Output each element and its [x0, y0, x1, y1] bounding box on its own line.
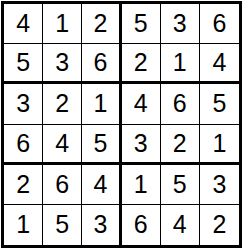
- sudoku-cell-r1c2[interactable]: 1: [43, 4, 82, 44]
- sudoku-cell-r1c4[interactable]: 5: [122, 4, 161, 44]
- sudoku-cell-r4c5[interactable]: 2: [161, 125, 200, 165]
- sudoku-cell-r1c1[interactable]: 4: [4, 4, 43, 44]
- sudoku-cell-r3c1[interactable]: 3: [4, 84, 43, 124]
- sudoku-cell-r2c2[interactable]: 3: [43, 44, 82, 84]
- sudoku-cell-r5c2[interactable]: 6: [43, 165, 82, 205]
- sudoku-cell-r3c6[interactable]: 5: [200, 84, 239, 124]
- sudoku-cell-r6c6[interactable]: 2: [200, 205, 239, 245]
- sudoku-cell-r4c3[interactable]: 5: [82, 125, 121, 165]
- sudoku-cell-r2c1[interactable]: 5: [4, 44, 43, 84]
- sudoku-cell-r6c2[interactable]: 5: [43, 205, 82, 245]
- sudoku-cell-r6c5[interactable]: 4: [161, 205, 200, 245]
- sudoku-cell-r2c6[interactable]: 4: [200, 44, 239, 84]
- sudoku-cell-r1c6[interactable]: 6: [200, 4, 239, 44]
- sudoku-cell-r3c4[interactable]: 4: [122, 84, 161, 124]
- sudoku-cell-r4c4[interactable]: 3: [122, 125, 161, 165]
- sudoku-cell-r4c6[interactable]: 1: [200, 125, 239, 165]
- sudoku-cell-r5c3[interactable]: 4: [82, 165, 121, 205]
- sudoku-cell-r1c3[interactable]: 2: [82, 4, 121, 44]
- sudoku-cell-r5c5[interactable]: 5: [161, 165, 200, 205]
- sudoku-cell-r5c6[interactable]: 3: [200, 165, 239, 205]
- sudoku-board: 412536536214321465645321264153153642: [1, 1, 242, 248]
- sudoku-cell-r2c3[interactable]: 6: [82, 44, 121, 84]
- sudoku-cell-r4c1[interactable]: 6: [4, 125, 43, 165]
- sudoku-cell-r2c4[interactable]: 2: [122, 44, 161, 84]
- sudoku-cell-r4c2[interactable]: 4: [43, 125, 82, 165]
- sudoku-cell-r2c5[interactable]: 1: [161, 44, 200, 84]
- sudoku-cell-r6c1[interactable]: 1: [4, 205, 43, 245]
- board-wrapper: 412536536214321465645321264153153642: [0, 0, 243, 249]
- sudoku-cell-r3c2[interactable]: 2: [43, 84, 82, 124]
- sudoku-cell-r5c4[interactable]: 1: [122, 165, 161, 205]
- sudoku-cell-r3c5[interactable]: 6: [161, 84, 200, 124]
- sudoku-cell-r1c5[interactable]: 3: [161, 4, 200, 44]
- sudoku-cell-r6c3[interactable]: 3: [82, 205, 121, 245]
- sudoku-cell-r3c3[interactable]: 1: [82, 84, 121, 124]
- sudoku-cell-r5c1[interactable]: 2: [4, 165, 43, 205]
- sudoku-cell-r6c4[interactable]: 6: [122, 205, 161, 245]
